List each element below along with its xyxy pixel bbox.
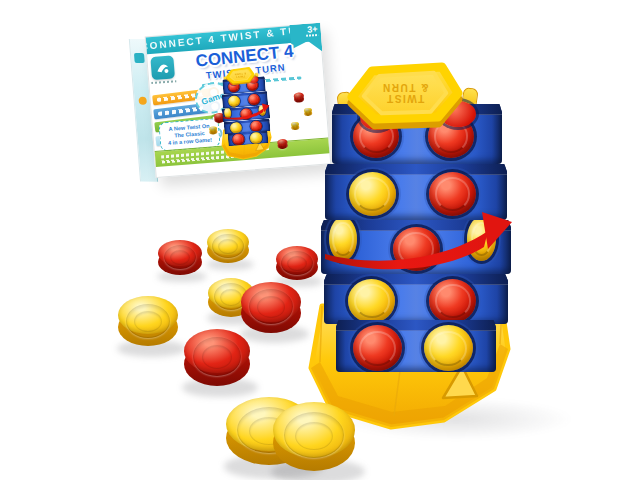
tower-disc-red: [353, 325, 402, 371]
tower-disc-red: [232, 133, 245, 145]
side-decoration: [138, 97, 147, 105]
cap-embossed-text: TWIST& TURN: [234, 72, 246, 79]
loose-disc-red: [158, 240, 202, 275]
brand-logo-caption: [151, 80, 176, 84]
brand-logo: [150, 55, 175, 80]
loose-disc-yellow: [207, 229, 249, 263]
loose-disc-red: [241, 282, 301, 333]
tower-disc-yellow: [249, 132, 262, 144]
box-art-tower: TWIST& TURN: [212, 60, 296, 168]
tower-cap: TWIST& TURN: [346, 60, 464, 140]
disc-inner-ring: [257, 296, 285, 317]
tower-tier-5: [336, 320, 496, 372]
disc-inner-ring: [134, 311, 162, 332]
tower-disc-yellow: [424, 325, 473, 371]
disc-inner-ring: [287, 256, 306, 271]
brand-logo-emblem: [152, 57, 172, 77]
tower-disc-red: [250, 120, 263, 132]
side-brand-logo: [134, 53, 145, 63]
loose-disc-yellow: [118, 296, 178, 346]
rotation-arrow: [316, 204, 536, 268]
disc-inner-ring: [202, 345, 232, 369]
cap-embossed-text: TWIST& TURN: [382, 82, 429, 104]
loose-disc-red: [184, 329, 250, 386]
tower-disc-yellow: [348, 279, 395, 323]
tower-tier-4: [324, 274, 508, 324]
product-photo: CONNECT 4 TWIST & TURN CONNECT 4 3+ CONN…: [0, 0, 640, 480]
disc-inner-ring: [295, 422, 333, 450]
tower-disc-red: [429, 279, 476, 323]
arrow-head: [482, 212, 512, 249]
tower-cap: TWIST& TURN: [225, 66, 256, 88]
disc-inner-ring: [218, 239, 237, 254]
disc-inner-ring: [170, 250, 190, 265]
loose-disc-red: [276, 246, 318, 280]
tower-disc-yellow: [230, 122, 243, 134]
loose-disc-yellow: [273, 402, 355, 471]
disc-inner-ring: [220, 289, 241, 306]
game-tower: TWIST& TURN: [296, 48, 582, 448]
arrow-swoosh: [325, 231, 488, 269]
